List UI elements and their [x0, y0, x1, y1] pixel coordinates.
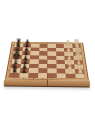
- file-label-mark: [42, 78, 43, 79]
- black-pawn: ♟: [21, 55, 30, 62]
- pieces-layer: ♜♞♝♛♚♝♞♜♟♟♟♟♟♟♟♟♟♟♟♟♟♟♟♟♜♞♝♛♚♝♞♜: [5, 42, 89, 81]
- black-rook: ♜: [15, 38, 23, 45]
- black-bishop: ♝: [13, 45, 22, 53]
- black-pawn: ♟: [22, 43, 30, 49]
- file-label-mark: [80, 79, 81, 80]
- black-knight: ♞: [10, 63, 19, 71]
- white-pawn: ♟: [66, 69, 75, 76]
- product-photo: ♜♞♝♛♚♝♞♜♟♟♟♟♟♟♟♟♟♟♟♟♟♟♟♟♜♞♝♛♚♝♞♜: [0, 0, 95, 126]
- board-front-edge: [4, 79, 90, 87]
- black-pawn: ♟: [22, 47, 31, 53]
- rank-label-mark: [7, 75, 8, 76]
- white-pawn: ♟: [64, 47, 73, 53]
- white-pawn: ♟: [64, 43, 72, 49]
- white-rook: ♜: [72, 39, 80, 46]
- white-pawn: ♟: [65, 60, 74, 67]
- white-rook: ♜: [75, 68, 84, 76]
- white-knight: ♞: [72, 43, 80, 50]
- hinge-seam: [47, 80, 48, 86]
- file-label-mark: [52, 78, 53, 79]
- file-label-mark: [14, 78, 15, 79]
- black-knight: ♞: [14, 42, 22, 49]
- file-label-mark: [71, 79, 72, 80]
- white-knight: ♞: [74, 63, 83, 71]
- white-pawn: ♟: [65, 64, 74, 71]
- black-pawn: ♟: [20, 59, 29, 66]
- white-bishop: ♝: [74, 58, 83, 67]
- chess-board: ♜♞♝♛♚♝♞♜♟♟♟♟♟♟♟♟♟♟♟♟♟♟♟♟♜♞♝♛♚♝♞♜: [5, 42, 89, 81]
- white-bishop: ♝: [73, 46, 82, 54]
- file-label-mark: [33, 78, 34, 79]
- rank-label-mark: [8, 70, 9, 71]
- file-label-mark: [23, 78, 24, 79]
- chess-set-scene: ♜♞♝♛♚♝♞♜♟♟♟♟♟♟♟♟♟♟♟♟♟♟♟♟♜♞♝♛♚♝♞♜: [0, 0, 95, 126]
- black-pawn: ♟: [20, 64, 29, 71]
- black-pawn: ♟: [19, 68, 28, 75]
- black-pawn: ♟: [23, 39, 31, 45]
- white-pawn: ♟: [64, 40, 72, 46]
- file-label-mark: [61, 79, 62, 80]
- black-bishop: ♝: [11, 57, 20, 66]
- black-king: ♚: [12, 51, 21, 61]
